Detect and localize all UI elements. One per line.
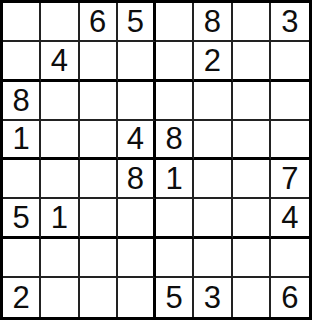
- sudoku-cell-given: 7: [271, 160, 309, 199]
- sudoku-cell-given: 2: [3, 278, 41, 317]
- sudoku-cell-empty[interactable]: [80, 82, 118, 121]
- sudoku-cell-empty[interactable]: [194, 121, 232, 160]
- sudoku-cell-given: 2: [194, 42, 232, 81]
- sudoku-cell-given: 4: [271, 199, 309, 238]
- sudoku-cell-given: 1: [3, 121, 41, 160]
- sudoku-cell-empty[interactable]: [271, 239, 309, 278]
- sudoku-cell-empty[interactable]: [233, 3, 271, 42]
- sudoku-cell-empty[interactable]: [233, 42, 271, 81]
- sudoku-cell-empty[interactable]: [271, 121, 309, 160]
- sudoku-cell-empty[interactable]: [118, 278, 156, 317]
- sudoku-cell-empty[interactable]: [41, 3, 79, 42]
- sudoku-cell-given: 8: [3, 82, 41, 121]
- sudoku-cell-empty[interactable]: [156, 239, 194, 278]
- sudoku-cell-empty[interactable]: [271, 42, 309, 81]
- sudoku-cell-given: 1: [156, 160, 194, 199]
- sudoku-cell-empty[interactable]: [233, 239, 271, 278]
- sudoku-cell-empty[interactable]: [80, 160, 118, 199]
- sudoku-cell-empty[interactable]: [233, 160, 271, 199]
- sudoku-cell-empty[interactable]: [41, 82, 79, 121]
- sudoku-cell-empty[interactable]: [233, 199, 271, 238]
- sudoku-cell-empty[interactable]: [194, 160, 232, 199]
- sudoku-cell-empty[interactable]: [156, 42, 194, 81]
- sudoku-cell-empty[interactable]: [3, 3, 41, 42]
- sudoku-board: 65834281488175142536: [0, 0, 312, 320]
- sudoku-cell-empty[interactable]: [271, 82, 309, 121]
- sudoku-cell-given: 8: [194, 3, 232, 42]
- sudoku-cell-empty[interactable]: [80, 239, 118, 278]
- sudoku-cell-empty[interactable]: [194, 82, 232, 121]
- sudoku-cell-empty[interactable]: [41, 239, 79, 278]
- sudoku-cell-empty[interactable]: [3, 42, 41, 81]
- sudoku-cell-empty[interactable]: [233, 82, 271, 121]
- sudoku-cell-given: 4: [41, 42, 79, 81]
- sudoku-cell-given: 8: [118, 160, 156, 199]
- sudoku-cell-empty[interactable]: [194, 239, 232, 278]
- sudoku-cell-empty[interactable]: [118, 239, 156, 278]
- sudoku-cell-empty[interactable]: [3, 160, 41, 199]
- sudoku-cell-given: 1: [41, 199, 79, 238]
- sudoku-cell-given: 6: [80, 3, 118, 42]
- sudoku-cell-empty[interactable]: [156, 82, 194, 121]
- sudoku-cell-given: 4: [118, 121, 156, 160]
- sudoku-cell-empty[interactable]: [118, 82, 156, 121]
- sudoku-cell-given: 8: [156, 121, 194, 160]
- sudoku-cell-given: 5: [3, 199, 41, 238]
- sudoku-cell-empty[interactable]: [156, 199, 194, 238]
- sudoku-cell-given: 6: [271, 278, 309, 317]
- sudoku-cell-empty[interactable]: [41, 121, 79, 160]
- sudoku-cell-empty[interactable]: [118, 199, 156, 238]
- sudoku-cell-given: 3: [194, 278, 232, 317]
- sudoku-cell-empty[interactable]: [41, 160, 79, 199]
- sudoku-cell-given: 5: [118, 3, 156, 42]
- sudoku-cell-empty[interactable]: [41, 278, 79, 317]
- sudoku-cell-empty[interactable]: [80, 121, 118, 160]
- sudoku-cell-empty[interactable]: [233, 278, 271, 317]
- sudoku-cell-empty[interactable]: [156, 3, 194, 42]
- sudoku-cell-given: 3: [271, 3, 309, 42]
- sudoku-cell-empty[interactable]: [118, 42, 156, 81]
- sudoku-cell-empty[interactable]: [80, 42, 118, 81]
- sudoku-cell-empty[interactable]: [233, 121, 271, 160]
- sudoku-cell-empty[interactable]: [80, 199, 118, 238]
- sudoku-cell-empty[interactable]: [80, 278, 118, 317]
- sudoku-cell-empty[interactable]: [194, 199, 232, 238]
- sudoku-cell-given: 5: [156, 278, 194, 317]
- sudoku-cell-empty[interactable]: [3, 239, 41, 278]
